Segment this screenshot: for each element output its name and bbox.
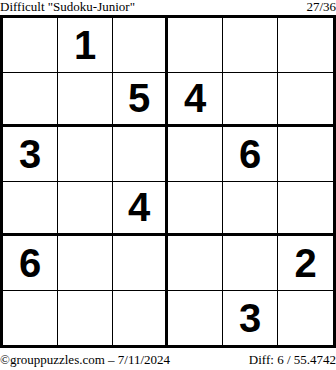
cell-r3c1[interactable]: 3 <box>3 127 58 182</box>
footer: ©grouppuzzles.com – 7/11/2024 Diff: 6 / … <box>0 352 336 368</box>
cell-r6c6[interactable] <box>278 291 333 346</box>
cell-r4c4[interactable] <box>168 182 223 237</box>
cell-r4c6[interactable] <box>278 182 333 237</box>
sudoku-board: 154364623 <box>0 15 336 348</box>
given-digit: 2 <box>294 243 316 283</box>
cell-r2c6[interactable] <box>278 73 333 128</box>
cell-r4c2[interactable] <box>58 182 113 237</box>
difficulty-text: Diff: 6 / 55.4742 <box>249 352 336 368</box>
cell-r6c4[interactable] <box>168 291 223 346</box>
cell-r1c1[interactable] <box>3 18 58 73</box>
cell-r2c3[interactable]: 5 <box>113 73 168 128</box>
given-digit: 1 <box>74 25 96 65</box>
cell-r1c6[interactable] <box>278 18 333 73</box>
cell-r1c3[interactable] <box>113 18 168 73</box>
given-digit: 4 <box>184 78 206 118</box>
cell-r4c1[interactable] <box>3 182 58 237</box>
cell-r2c5[interactable] <box>223 73 278 128</box>
given-digit: 3 <box>239 298 261 338</box>
cell-r3c4[interactable] <box>168 127 223 182</box>
given-digit: 5 <box>128 78 150 118</box>
cell-r5c5[interactable] <box>223 236 278 291</box>
cell-r2c4[interactable]: 4 <box>168 73 223 128</box>
cell-r1c2[interactable]: 1 <box>58 18 113 73</box>
cell-r4c5[interactable] <box>223 182 278 237</box>
cell-r4c3[interactable]: 4 <box>113 182 168 237</box>
cell-r5c1[interactable]: 6 <box>3 236 58 291</box>
given-digit: 6 <box>239 134 261 174</box>
given-digit: 6 <box>19 243 41 283</box>
cell-r3c5[interactable]: 6 <box>223 127 278 182</box>
copyright-text: ©grouppuzzles.com – 7/11/2024 <box>0 352 170 368</box>
cell-r6c3[interactable] <box>113 291 168 346</box>
cell-r3c3[interactable] <box>113 127 168 182</box>
cell-r3c6[interactable] <box>278 127 333 182</box>
cell-r2c2[interactable] <box>58 73 113 128</box>
cell-r1c5[interactable] <box>223 18 278 73</box>
cell-r5c4[interactable] <box>168 236 223 291</box>
cell-r5c2[interactable] <box>58 236 113 291</box>
cell-r6c1[interactable] <box>3 291 58 346</box>
header: Difficult "Sudoku-Junior" 27/36 <box>0 0 336 15</box>
cell-r2c1[interactable] <box>3 73 58 128</box>
given-digit: 4 <box>128 187 150 227</box>
given-digit: 3 <box>19 134 41 174</box>
cell-r1c4[interactable] <box>168 18 223 73</box>
sudoku-junior-page: Difficult "Sudoku-Junior" 27/36 15436462… <box>0 0 336 370</box>
puzzle-title: Difficult "Sudoku-Junior" <box>0 0 135 14</box>
cell-r5c3[interactable] <box>113 236 168 291</box>
cell-r6c5[interactable]: 3 <box>223 291 278 346</box>
cell-r3c2[interactable] <box>58 127 113 182</box>
empty-cells-counter: 27/36 <box>306 0 336 14</box>
cell-r6c2[interactable] <box>58 291 113 346</box>
cell-r5c6[interactable]: 2 <box>278 236 333 291</box>
